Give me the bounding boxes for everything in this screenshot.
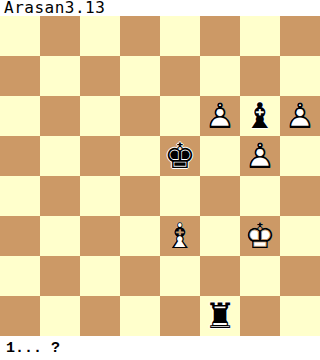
square-b5[interactable] xyxy=(40,136,80,176)
title-bar: Arasan3.13 xyxy=(0,0,320,16)
app-title: Arasan3.13 xyxy=(0,0,105,16)
piece-glyph: ♜ xyxy=(204,296,235,336)
square-h4[interactable] xyxy=(280,176,320,216)
square-b8[interactable] xyxy=(40,16,80,56)
square-g5[interactable]: ♟♙ xyxy=(240,136,280,176)
square-f2[interactable] xyxy=(200,256,240,296)
move-prompt: 1... ? xyxy=(0,340,60,357)
square-f3[interactable] xyxy=(200,216,240,256)
square-f8[interactable] xyxy=(200,16,240,56)
square-b6[interactable] xyxy=(40,96,80,136)
square-f1[interactable]: ♜ xyxy=(200,296,240,336)
square-c8[interactable] xyxy=(80,16,120,56)
square-d6[interactable] xyxy=(120,96,160,136)
square-h1[interactable] xyxy=(280,296,320,336)
square-b1[interactable] xyxy=(40,296,80,336)
square-a6[interactable] xyxy=(0,96,40,136)
square-d1[interactable] xyxy=(120,296,160,336)
square-e3[interactable]: ♝♗ xyxy=(160,216,200,256)
square-d7[interactable] xyxy=(120,56,160,96)
piece-glyph: ♝ xyxy=(244,96,275,136)
square-c5[interactable] xyxy=(80,136,120,176)
square-d5[interactable] xyxy=(120,136,160,176)
square-e1[interactable] xyxy=(160,296,200,336)
square-a2[interactable] xyxy=(0,256,40,296)
piece-black-king[interactable]: ♚ xyxy=(164,139,195,174)
square-g4[interactable] xyxy=(240,176,280,216)
piece-white-pawn[interactable]: ♟♙ xyxy=(204,99,235,134)
square-c6[interactable] xyxy=(80,96,120,136)
square-b7[interactable] xyxy=(40,56,80,96)
square-e4[interactable] xyxy=(160,176,200,216)
app-window: Arasan3.13 ♟♙♝♟♙♚♟♙♝♗♚♔♜ 1... ? xyxy=(0,0,320,360)
piece-black-rook[interactable]: ♜ xyxy=(204,299,235,334)
square-g7[interactable] xyxy=(240,56,280,96)
square-e2[interactable] xyxy=(160,256,200,296)
square-g6[interactable]: ♝ xyxy=(240,96,280,136)
square-a7[interactable] xyxy=(0,56,40,96)
square-a8[interactable] xyxy=(0,16,40,56)
square-g3[interactable]: ♚♔ xyxy=(240,216,280,256)
status-bar: 1... ? xyxy=(0,336,320,360)
piece-white-king[interactable]: ♚♔ xyxy=(244,219,275,254)
square-d8[interactable] xyxy=(120,16,160,56)
square-e5[interactable]: ♚ xyxy=(160,136,200,176)
square-h3[interactable] xyxy=(280,216,320,256)
square-b4[interactable] xyxy=(40,176,80,216)
square-h2[interactable] xyxy=(280,256,320,296)
square-e8[interactable] xyxy=(160,16,200,56)
piece-glyph: ♔ xyxy=(244,216,275,256)
piece-glyph: ♙ xyxy=(204,96,235,136)
square-f4[interactable] xyxy=(200,176,240,216)
square-b2[interactable] xyxy=(40,256,80,296)
square-c2[interactable] xyxy=(80,256,120,296)
square-e7[interactable] xyxy=(160,56,200,96)
square-a5[interactable] xyxy=(0,136,40,176)
square-f7[interactable] xyxy=(200,56,240,96)
square-c1[interactable] xyxy=(80,296,120,336)
square-a4[interactable] xyxy=(0,176,40,216)
square-g2[interactable] xyxy=(240,256,280,296)
chess-board: ♟♙♝♟♙♚♟♙♝♗♚♔♜ xyxy=(0,16,320,336)
square-h6[interactable]: ♟♙ xyxy=(280,96,320,136)
piece-white-pawn[interactable]: ♟♙ xyxy=(284,99,315,134)
piece-glyph: ♚ xyxy=(164,136,195,176)
square-h8[interactable] xyxy=(280,16,320,56)
square-c3[interactable] xyxy=(80,216,120,256)
square-d4[interactable] xyxy=(120,176,160,216)
piece-black-bishop[interactable]: ♝ xyxy=(244,99,275,134)
square-f5[interactable] xyxy=(200,136,240,176)
square-d3[interactable] xyxy=(120,216,160,256)
square-h5[interactable] xyxy=(280,136,320,176)
square-a3[interactable] xyxy=(0,216,40,256)
square-c4[interactable] xyxy=(80,176,120,216)
square-f6[interactable]: ♟♙ xyxy=(200,96,240,136)
square-b3[interactable] xyxy=(40,216,80,256)
piece-glyph: ♗ xyxy=(164,216,195,256)
piece-white-bishop[interactable]: ♝♗ xyxy=(164,219,195,254)
piece-glyph: ♙ xyxy=(284,96,315,136)
square-e6[interactable] xyxy=(160,96,200,136)
piece-glyph: ♙ xyxy=(244,136,275,176)
square-g8[interactable] xyxy=(240,16,280,56)
square-g1[interactable] xyxy=(240,296,280,336)
square-d2[interactable] xyxy=(120,256,160,296)
square-c7[interactable] xyxy=(80,56,120,96)
piece-white-pawn[interactable]: ♟♙ xyxy=(244,139,275,174)
square-a1[interactable] xyxy=(0,296,40,336)
square-h7[interactable] xyxy=(280,56,320,96)
